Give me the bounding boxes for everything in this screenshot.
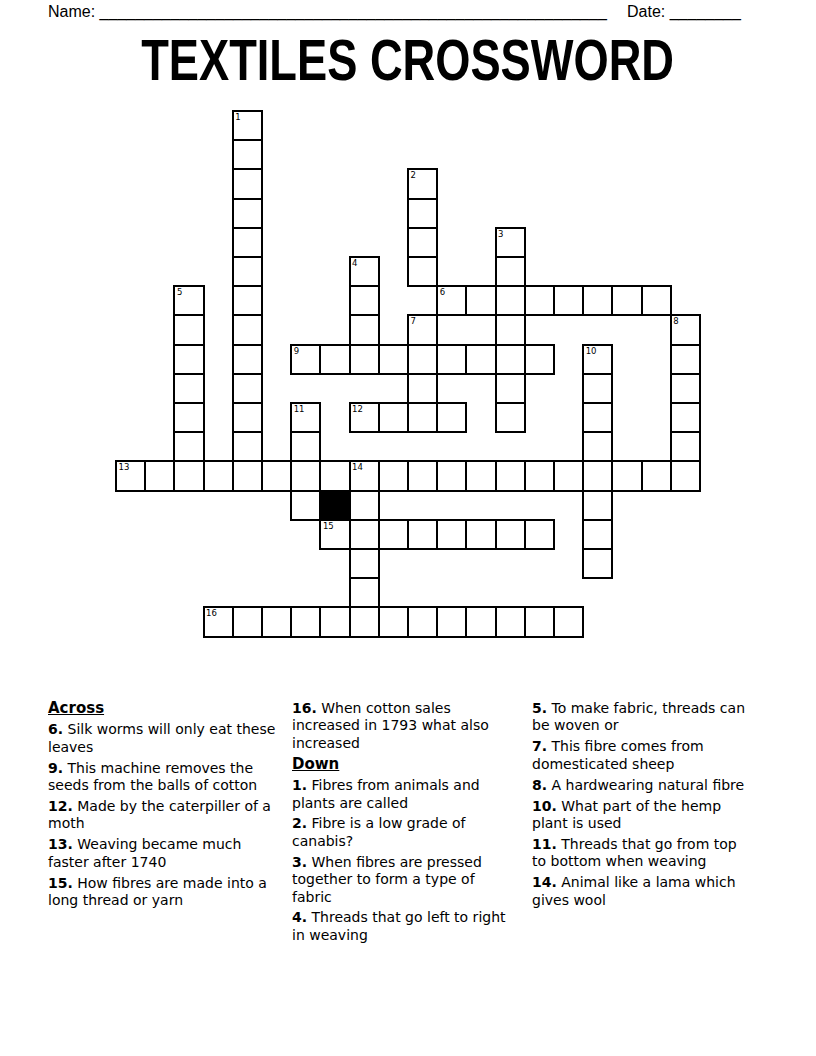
cell-number-8: 8 xyxy=(673,317,678,326)
clue-number-label: 5. xyxy=(532,700,547,716)
grid-cell[interactable] xyxy=(641,285,672,316)
name-label: Name: xyxy=(48,3,95,20)
grid-cell[interactable] xyxy=(173,460,204,491)
clue-column-2: 16. When cotton sales increased in 1793 … xyxy=(292,700,512,948)
grid-cell[interactable] xyxy=(553,460,584,491)
clue-number-label: 7. xyxy=(532,738,547,754)
grid-cell[interactable] xyxy=(670,431,701,462)
down-clues-list-2: 5. To make fabric, threads can be woven … xyxy=(532,700,752,909)
grid-cell[interactable] xyxy=(349,490,380,521)
crossword-grid: 12345678910111213141516 xyxy=(115,110,701,638)
across-clue-13: 13. Weaving became much faster after 174… xyxy=(48,836,276,871)
grid-cell[interactable] xyxy=(407,198,438,229)
grid-cell[interactable] xyxy=(173,373,204,404)
cell-number-5: 5 xyxy=(177,288,182,297)
grid-cell[interactable] xyxy=(553,606,584,637)
grid-cell[interactable] xyxy=(232,344,263,375)
clue-number-label: 8. xyxy=(532,777,547,793)
grid-cell[interactable] xyxy=(524,519,555,550)
grid-cell[interactable] xyxy=(495,606,526,637)
grid-cell[interactable] xyxy=(407,519,438,550)
grid-cell[interactable] xyxy=(582,460,613,491)
date-row: Date: ________ xyxy=(627,3,741,21)
grid-cell[interactable] xyxy=(641,460,672,491)
grid-cell[interactable] xyxy=(465,460,496,491)
grid-cell[interactable] xyxy=(495,344,526,375)
grid-cell[interactable] xyxy=(524,606,555,637)
down-clue-2: 2. Fibre is a low grade of canabis? xyxy=(292,815,512,850)
grid-cell[interactable] xyxy=(290,490,321,521)
across-header: Across xyxy=(48,700,276,717)
down-clue-3: 3. When fibres are pressed together to f… xyxy=(292,854,512,906)
cell-number-16: 16 xyxy=(206,609,217,618)
grid-cell[interactable] xyxy=(378,402,409,433)
grid-cell[interactable] xyxy=(465,285,496,316)
grid-cell[interactable] xyxy=(203,460,234,491)
name-blank-line: ________________________________________… xyxy=(100,3,607,20)
grid-cell[interactable] xyxy=(495,285,526,316)
down-header: Down xyxy=(292,756,512,773)
across-clue-15: 15. How fibres are made into a long thre… xyxy=(48,875,276,910)
grid-cell[interactable] xyxy=(582,519,613,550)
grid-cell[interactable] xyxy=(173,431,204,462)
grid-cell[interactable] xyxy=(173,314,204,345)
cell-number-7: 7 xyxy=(411,317,416,326)
grid-cell[interactable] xyxy=(319,460,350,491)
clue-column-1: Across 6. Silk worms will only eat these… xyxy=(48,700,276,913)
clue-number-label: 9. xyxy=(48,760,63,776)
grid-cell[interactable] xyxy=(524,344,555,375)
grid-cell[interactable] xyxy=(261,606,292,637)
cell-number-1: 1 xyxy=(235,113,240,122)
grid-cell[interactable] xyxy=(465,344,496,375)
grid-cell[interactable] xyxy=(611,285,642,316)
grid-cell[interactable] xyxy=(553,285,584,316)
grid-cell[interactable] xyxy=(582,431,613,462)
worksheet: Name: __________________________________… xyxy=(0,0,816,1056)
grid-cell[interactable] xyxy=(407,256,438,287)
cell-number-2: 2 xyxy=(411,171,416,180)
grid-cell[interactable] xyxy=(407,606,438,637)
grid-cell[interactable] xyxy=(465,606,496,637)
cell-number-4: 4 xyxy=(352,259,357,268)
grid-cell[interactable] xyxy=(349,577,380,608)
grid-cell[interactable] xyxy=(378,606,409,637)
grid-cell[interactable] xyxy=(407,402,438,433)
date-blank-line: ________ xyxy=(670,3,741,20)
down-clue-11: 11. Threads that go from top to bottom w… xyxy=(532,836,752,871)
grid-cell[interactable] xyxy=(465,519,496,550)
clue-number-label: 16. xyxy=(292,700,317,716)
grid-cell[interactable] xyxy=(232,431,263,462)
cell-number-14: 14 xyxy=(352,463,363,472)
grid-cell[interactable] xyxy=(670,344,701,375)
grid-cell[interactable] xyxy=(582,285,613,316)
across-clue-12: 12. Made by the caterpiller of a moth xyxy=(48,798,276,833)
grid-cell[interactable] xyxy=(495,256,526,287)
across-clue-16: 16. When cotton sales increased in 1793 … xyxy=(292,700,512,752)
cell-number-3: 3 xyxy=(498,230,503,239)
grid-cell[interactable] xyxy=(407,373,438,404)
grid-cell[interactable] xyxy=(232,227,263,258)
down-clue-5: 5. To make fabric, threads can be woven … xyxy=(532,700,752,735)
grid-cell[interactable] xyxy=(436,519,467,550)
grid-cell[interactable] xyxy=(436,460,467,491)
down-clue-14: 14. Animal like a lama which gives wool xyxy=(532,874,752,909)
grid-cell[interactable] xyxy=(290,606,321,637)
across-clue-9: 9. This machine removes the seeds from t… xyxy=(48,760,276,795)
grid-cell[interactable] xyxy=(378,519,409,550)
clue-number-label: 3. xyxy=(292,854,307,870)
grid-cell[interactable] xyxy=(436,402,467,433)
grid-cell[interactable] xyxy=(582,402,613,433)
grid-cell[interactable] xyxy=(232,285,263,316)
down-clue-4: 4. Threads that go left to right in weav… xyxy=(292,909,512,944)
clue-number-label: 13. xyxy=(48,836,73,852)
grid-cell[interactable] xyxy=(436,606,467,637)
grid-cell[interactable] xyxy=(524,285,555,316)
grid-cell[interactable] xyxy=(670,373,701,404)
page-title: TEXTILES CROSSWORD xyxy=(142,30,675,90)
down-clues-list-1: 1. Fibres from animals and plants are ca… xyxy=(292,777,512,944)
clue-number-label: 12. xyxy=(48,798,73,814)
grid-cell[interactable] xyxy=(290,431,321,462)
down-clue-8: 8. A hardwearing natural fibre xyxy=(532,777,752,794)
grid-cell[interactable] xyxy=(232,168,263,199)
grid-cell[interactable] xyxy=(495,460,526,491)
grid-cell[interactable] xyxy=(670,402,701,433)
down-clue-1: 1. Fibres from animals and plants are ca… xyxy=(292,777,512,812)
cell-number-10: 10 xyxy=(586,347,597,356)
grid-cell[interactable] xyxy=(349,519,380,550)
grid-cell[interactable] xyxy=(436,344,467,375)
grid-cell[interactable] xyxy=(495,519,526,550)
clue-number-label: 6. xyxy=(48,721,63,737)
title-row: TEXTILES CROSSWORD xyxy=(0,30,816,90)
grid-cell[interactable] xyxy=(290,460,321,491)
clue-number-label: 1. xyxy=(292,777,307,793)
grid-cell[interactable] xyxy=(349,344,380,375)
black-cell xyxy=(319,490,350,521)
cell-number-11: 11 xyxy=(294,405,305,414)
across-clues-list-2: 16. When cotton sales increased in 1793 … xyxy=(292,700,512,752)
grid-cell[interactable] xyxy=(232,314,263,345)
grid-cell[interactable] xyxy=(407,227,438,258)
clue-number-label: 15. xyxy=(48,875,73,891)
grid-cell[interactable] xyxy=(582,373,613,404)
grid-cell[interactable] xyxy=(349,285,380,316)
cell-number-9: 9 xyxy=(294,347,299,356)
grid-cell[interactable] xyxy=(319,606,350,637)
grid-cell[interactable] xyxy=(232,256,263,287)
clue-column-3: 5. To make fabric, threads can be woven … xyxy=(532,700,752,912)
clue-number-label: 11. xyxy=(532,836,557,852)
grid-cell[interactable] xyxy=(670,460,701,491)
grid-cell[interactable] xyxy=(378,460,409,491)
cell-number-6: 6 xyxy=(440,288,445,297)
date-label: Date: xyxy=(627,3,665,20)
grid-cell[interactable] xyxy=(173,344,204,375)
cell-number-15: 15 xyxy=(323,522,334,531)
grid-cell[interactable] xyxy=(144,460,175,491)
clue-number-label: 4. xyxy=(292,909,307,925)
cell-number-12: 12 xyxy=(352,405,363,414)
grid-cell[interactable] xyxy=(349,606,380,637)
grid-cell[interactable] xyxy=(261,460,292,491)
grid-cell[interactable] xyxy=(232,402,263,433)
down-clue-10: 10. What part of the hemp plant is used xyxy=(532,798,752,833)
grid-cell[interactable] xyxy=(349,314,380,345)
grid-cell[interactable] xyxy=(524,460,555,491)
grid-cell[interactable] xyxy=(232,606,263,637)
grid-cell[interactable] xyxy=(232,373,263,404)
cell-number-13: 13 xyxy=(119,463,130,472)
grid-cell[interactable] xyxy=(232,460,263,491)
grid-cell[interactable] xyxy=(319,344,350,375)
grid-cell[interactable] xyxy=(495,402,526,433)
grid-cell[interactable] xyxy=(232,139,263,170)
across-clues-list-1: 6. Silk worms will only eat these leaves… xyxy=(48,721,276,909)
grid-cell[interactable] xyxy=(232,198,263,229)
grid-cell[interactable] xyxy=(495,314,526,345)
clue-number-label: 14. xyxy=(532,874,557,890)
across-clue-6: 6. Silk worms will only eat these leaves xyxy=(48,721,276,756)
grid-cell[interactable] xyxy=(582,490,613,521)
grid-cell[interactable] xyxy=(407,344,438,375)
down-clue-7: 7. This fibre comes from domesticated sh… xyxy=(532,738,752,773)
grid-cell[interactable] xyxy=(611,460,642,491)
grid-cell[interactable] xyxy=(173,402,204,433)
grid-cell[interactable] xyxy=(378,344,409,375)
grid-cell[interactable] xyxy=(582,548,613,579)
grid-cell[interactable] xyxy=(495,373,526,404)
grid-cell[interactable] xyxy=(349,548,380,579)
clue-number-label: 2. xyxy=(292,815,307,831)
grid-cell[interactable] xyxy=(407,460,438,491)
clue-number-label: 10. xyxy=(532,798,557,814)
